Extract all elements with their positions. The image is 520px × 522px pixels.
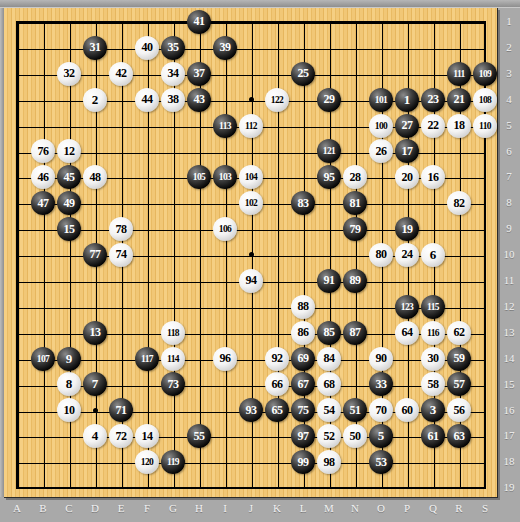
board-intersections[interactable]: 1234567891012131415161718192021222324252… [4,9,498,501]
row-label: 9 [498,222,520,234]
stone-black: 87 [343,321,367,345]
stone-white: 74 [109,243,133,267]
stone-black: 93 [239,398,263,422]
stone-black: 83 [291,191,315,215]
stone-black: 77 [83,243,107,267]
stone-black: 123 [395,295,419,319]
stone-black: 97 [291,424,315,448]
row-label: 5 [498,119,520,131]
stone-white: 116 [421,321,445,345]
stone-black: 37 [187,62,211,86]
row-label: 2 [498,41,520,53]
stone-black: 115 [421,295,445,319]
row-label: 1 [498,15,520,27]
stone-white: 58 [421,372,445,396]
stone-white: 34 [161,62,185,86]
stone-black: 89 [343,269,367,293]
stone-black: 103 [213,165,237,189]
stone-black: 69 [291,347,315,371]
stone-black: 117 [135,347,159,371]
stone-white: 64 [395,321,419,345]
stone-white: 110 [473,114,497,138]
stone-white: 68 [317,372,341,396]
stone-white: 48 [83,165,107,189]
row-label: 10 [498,248,520,260]
stone-white: 84 [317,347,341,371]
row-label: 8 [498,196,520,208]
column-label: R [446,502,472,514]
row-label: 13 [498,326,520,338]
stone-white: 18 [447,114,471,138]
stone-white: 114 [161,347,185,371]
stone-black: 41 [187,10,211,34]
stone-white: 44 [135,88,159,112]
stone-black: 59 [447,347,471,371]
row-label: 12 [498,300,520,312]
column-label: S [472,502,498,514]
stone-white: 70 [369,398,393,422]
stone-white: 122 [265,88,289,112]
go-diagram-window: 1234567891012131415161718192021222324252… [0,0,520,522]
column-label: P [394,502,420,514]
stone-white: 6 [421,243,445,267]
stone-white: 2 [83,88,107,112]
column-label: Q [420,502,446,514]
stone-white: 118 [161,321,185,345]
stone-black: 23 [421,88,445,112]
row-label: 11 [498,274,520,286]
stone-white: 72 [109,424,133,448]
stone-white: 4 [83,424,107,448]
stone-black: 21 [447,88,471,112]
stone-black: 65 [265,398,289,422]
column-label: B [30,502,56,514]
stone-black: 35 [161,36,185,60]
stone-black: 47 [31,191,55,215]
stone-black: 109 [473,62,497,86]
stone-black: 25 [291,62,315,86]
column-label: F [134,502,160,514]
hoshi-point [249,97,254,102]
stone-black: 95 [317,165,341,189]
stone-black: 9 [57,347,81,371]
stone-white: 38 [161,88,185,112]
stone-white: 86 [291,321,315,345]
stone-black: 5 [369,424,393,448]
stone-white: 42 [109,62,133,86]
stone-white: 16 [421,165,445,189]
hoshi-point [249,252,254,257]
stone-white: 88 [291,295,315,319]
stone-black: 119 [161,450,185,474]
window-top-bar [0,0,520,8]
stone-white: 54 [317,398,341,422]
stone-white: 106 [213,217,237,241]
stone-white: 20 [395,165,419,189]
stone-white: 52 [317,424,341,448]
stone-black: 31 [83,36,107,60]
stone-black: 45 [57,165,81,189]
stone-black: 51 [343,398,367,422]
row-label: 7 [498,170,520,182]
stone-black: 101 [369,88,393,112]
stone-white: 104 [239,165,263,189]
row-label: 4 [498,93,520,105]
stone-black: 81 [343,191,367,215]
stone-white: 112 [239,114,263,138]
row-label: 6 [498,145,520,157]
row-label: 3 [498,67,520,79]
stone-black: 13 [83,321,107,345]
stone-black: 49 [57,191,81,215]
row-label: 18 [498,455,520,467]
stone-white: 50 [343,424,367,448]
stone-black: 43 [187,88,211,112]
stone-black: 27 [395,114,419,138]
stone-black: 79 [343,217,367,241]
stone-white: 32 [57,62,81,86]
stone-white: 92 [265,347,289,371]
stone-black: 71 [109,398,133,422]
stone-black: 63 [447,424,471,448]
column-label: I [212,502,238,514]
stone-black: 55 [187,424,211,448]
stone-white: 28 [343,165,367,189]
stone-black: 99 [291,450,315,474]
stone-white: 22 [421,114,445,138]
row-label: 16 [498,404,520,416]
stone-white: 26 [369,139,393,163]
column-label: C [56,502,82,514]
stone-black: 105 [187,165,211,189]
stone-white: 8 [57,372,81,396]
stone-black: 17 [395,139,419,163]
stone-white: 14 [135,424,159,448]
column-label: G [160,502,186,514]
stone-black: 19 [395,217,419,241]
go-board[interactable]: 1234567891012131415161718192021222324252… [4,8,498,498]
column-label: K [264,502,290,514]
stone-white: 62 [447,321,471,345]
stone-black: 111 [447,62,471,86]
stone-white: 46 [31,165,55,189]
stone-white: 66 [265,372,289,396]
column-label: M [316,502,342,514]
stone-black: 61 [421,424,445,448]
stone-black: 73 [161,372,185,396]
stone-white: 12 [57,139,81,163]
stone-white: 94 [239,269,263,293]
stone-black: 7 [83,372,107,396]
stone-black: 1 [395,88,419,112]
column-label: E [108,502,134,514]
row-label: 17 [498,429,520,441]
row-label: 14 [498,352,520,364]
stone-black: 15 [57,217,81,241]
stone-white: 100 [369,114,393,138]
stone-black: 75 [291,398,315,422]
stone-white: 108 [473,88,497,112]
stone-black: 33 [369,372,393,396]
row-label: 15 [498,378,520,390]
stone-white: 120 [135,450,159,474]
stone-white: 56 [447,398,471,422]
stone-white: 60 [395,398,419,422]
column-label: A [4,502,30,514]
hoshi-point [93,408,98,413]
stone-white: 82 [447,191,471,215]
stone-white: 102 [239,191,263,215]
row-label: 19 [498,481,520,493]
stone-white: 98 [317,450,341,474]
stone-black: 113 [213,114,237,138]
stone-white: 90 [369,347,393,371]
stone-black: 67 [291,372,315,396]
stone-white: 96 [213,347,237,371]
stone-white: 10 [57,398,81,422]
stone-black: 53 [369,450,393,474]
stone-black: 3 [421,398,445,422]
column-label: H [186,502,212,514]
column-label: J [238,502,264,514]
stone-white: 30 [421,347,445,371]
stone-black: 85 [317,321,341,345]
stone-black: 29 [317,88,341,112]
stone-white: 80 [369,243,393,267]
column-label: N [342,502,368,514]
stone-black: 107 [31,347,55,371]
stone-white: 78 [109,217,133,241]
stone-black: 57 [447,372,471,396]
column-label: L [290,502,316,514]
stone-black: 91 [317,269,341,293]
column-label: D [82,502,108,514]
stone-white: 40 [135,36,159,60]
stone-black: 121 [317,139,341,163]
stone-white: 76 [31,139,55,163]
column-label: O [368,502,394,514]
stone-black: 39 [213,36,237,60]
stone-white: 24 [395,243,419,267]
